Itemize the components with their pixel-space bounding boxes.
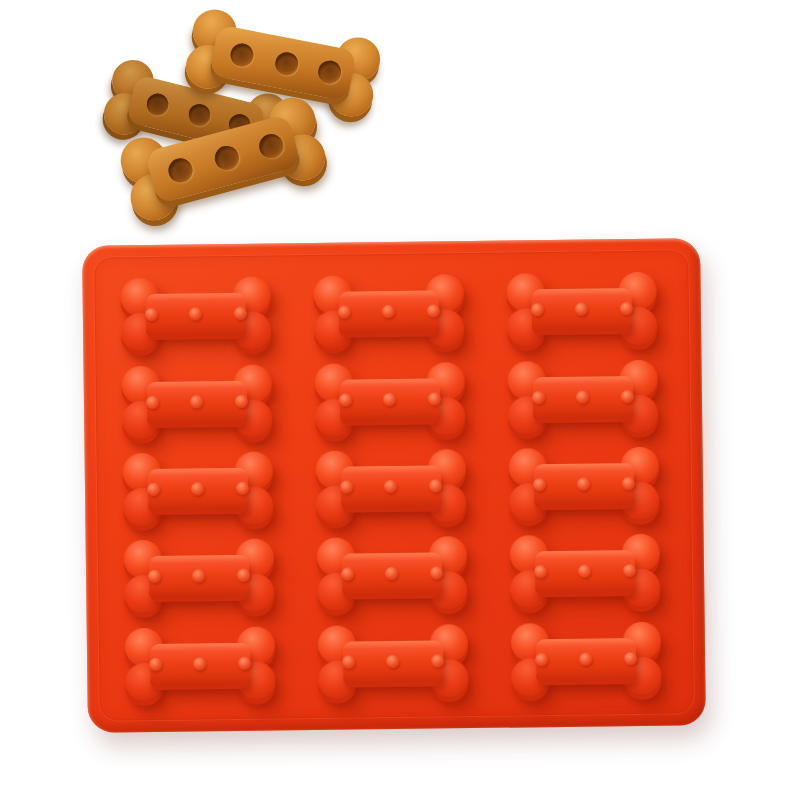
- bone-bump-2: [193, 657, 206, 670]
- mold-cell-r5-c1: [103, 619, 297, 709]
- bone-bump-1: [147, 483, 160, 496]
- mold-cell-r5-c2: [296, 616, 490, 706]
- bone-bump-1: [146, 395, 159, 408]
- mold-cell-r3-c1: [101, 444, 295, 534]
- mold-cell-r1-c1: [98, 269, 292, 359]
- product-photo-scene: [0, 0, 800, 800]
- silicone-mold-tray: [82, 238, 706, 733]
- bone-bump-2: [190, 395, 203, 408]
- bone-bump-1: [532, 391, 545, 404]
- mold-cell-r5-c3: [489, 614, 683, 704]
- bone-cavity: [511, 622, 662, 697]
- bone-cavity: [314, 362, 465, 437]
- bone-bump-1: [340, 480, 353, 493]
- mold-cell-r1-c3: [485, 265, 679, 355]
- mold-cell-r2-c1: [99, 357, 293, 447]
- bone-bump-3: [431, 654, 444, 667]
- bone-cavity: [123, 539, 274, 614]
- bone-bump-2: [188, 308, 201, 321]
- mold-cell-r2-c2: [293, 354, 487, 444]
- bone-cavity: [124, 626, 275, 701]
- mold-cell-r4-c2: [295, 529, 489, 619]
- bone-bump-3: [236, 482, 249, 495]
- bone-bump-3: [238, 657, 251, 670]
- mold-cell-r3-c3: [487, 439, 681, 529]
- mold-cell-r4-c3: [488, 527, 682, 617]
- bone-bump-1: [144, 308, 157, 321]
- bone-bump-3: [428, 392, 441, 405]
- bone-bump-2: [383, 393, 396, 406]
- bone-bump-1: [342, 655, 355, 668]
- bone-cavity: [316, 449, 467, 524]
- bone-bump-3: [429, 479, 442, 492]
- bone-cavity: [122, 451, 273, 526]
- bone-cavity: [318, 624, 469, 699]
- bone-cavity: [507, 272, 658, 347]
- mold-cell-r3-c2: [294, 442, 488, 532]
- bone-cavity: [120, 277, 271, 352]
- bone-bump-2: [386, 655, 399, 668]
- mold-cell-r2-c3: [486, 352, 680, 442]
- bone-bump-2: [576, 390, 589, 403]
- bone-bump-3: [621, 390, 634, 403]
- bone-cavity: [313, 274, 464, 349]
- bone-bump-1: [149, 658, 162, 671]
- bone-cavity: [317, 537, 468, 612]
- bone-cavity: [508, 359, 659, 434]
- bone-bump-3: [235, 394, 248, 407]
- mold-cell-r4-c1: [102, 531, 296, 621]
- bone-bump-1: [339, 393, 352, 406]
- bone-cavity: [509, 447, 660, 522]
- bone-bump-2: [191, 482, 204, 495]
- bone-cavity: [510, 534, 661, 609]
- bone-bump-3: [233, 307, 246, 320]
- mold-cell-r1-c2: [292, 267, 486, 357]
- bone-cavity-grid: [98, 265, 683, 709]
- bone-bump-2: [384, 480, 397, 493]
- bone-cavity: [121, 364, 272, 439]
